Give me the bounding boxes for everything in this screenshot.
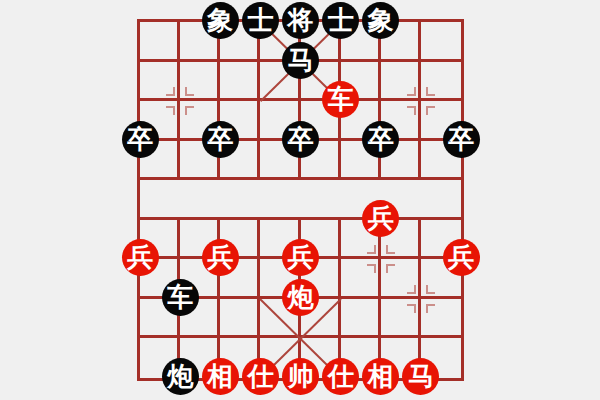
piece-red-chariot[interactable]: 车 — [322, 81, 359, 118]
piece-black-soldier[interactable]: 卒 — [122, 121, 159, 158]
xiangqi-board: 象士将士象马车卒卒卒卒卒兵兵兵兵兵车炮炮相仕帅仕相马 — [0, 0, 600, 400]
piece-red-cannon[interactable]: 炮 — [282, 279, 319, 316]
piece-black-cannon[interactable]: 炮 — [162, 358, 199, 395]
piece-black-advisor[interactable]: 士 — [242, 2, 279, 39]
piece-red-advisor[interactable]: 仕 — [322, 358, 359, 395]
piece-black-soldier[interactable]: 卒 — [362, 121, 399, 158]
piece-red-soldier[interactable]: 兵 — [122, 239, 159, 276]
piece-red-advisor[interactable]: 仕 — [242, 358, 279, 395]
piece-black-advisor[interactable]: 士 — [322, 2, 359, 39]
piece-black-soldier[interactable]: 卒 — [443, 121, 480, 158]
piece-red-general[interactable]: 帅 — [282, 358, 319, 395]
piece-red-elephant[interactable]: 相 — [202, 358, 239, 395]
piece-black-soldier[interactable]: 卒 — [202, 121, 239, 158]
piece-red-soldier[interactable]: 兵 — [282, 239, 319, 276]
piece-red-soldier[interactable]: 兵 — [443, 239, 480, 276]
piece-black-elephant[interactable]: 象 — [362, 2, 399, 39]
piece-black-general[interactable]: 将 — [282, 2, 319, 39]
piece-black-horse[interactable]: 马 — [282, 42, 319, 79]
pieces-layer: 象士将士象马车卒卒卒卒卒兵兵兵兵兵车炮炮相仕帅仕相马 — [140, 22, 461, 378]
piece-black-elephant[interactable]: 象 — [202, 2, 239, 39]
piece-red-elephant[interactable]: 相 — [362, 358, 399, 395]
piece-red-horse[interactable]: 马 — [402, 358, 439, 395]
piece-black-soldier[interactable]: 卒 — [282, 121, 319, 158]
piece-black-chariot[interactable]: 车 — [162, 279, 199, 316]
piece-red-soldier[interactable]: 兵 — [362, 200, 399, 237]
piece-red-soldier[interactable]: 兵 — [202, 239, 239, 276]
